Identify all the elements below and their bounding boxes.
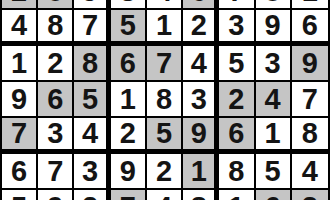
cell-r6c5[interactable]: 5 bbox=[147, 118, 183, 154]
cell-r7c3[interactable]: 3 bbox=[74, 154, 110, 190]
cell-r6c4[interactable]: 2 bbox=[111, 118, 147, 154]
cell-r3c6[interactable]: 2 bbox=[183, 10, 219, 46]
cell-r5c7[interactable]: 2 bbox=[219, 82, 255, 118]
cell-r7c2[interactable]: 7 bbox=[38, 154, 74, 190]
cell-r8c1[interactable]: 5 bbox=[2, 190, 38, 200]
cell-r6c1[interactable]: 7 bbox=[2, 118, 38, 154]
cell-r5c5[interactable]: 8 bbox=[147, 82, 183, 118]
cell-r6c3[interactable]: 4 bbox=[74, 118, 110, 154]
cell-r3c1[interactable]: 4 bbox=[2, 10, 38, 46]
cell-r4c8[interactable]: 3 bbox=[256, 46, 292, 82]
cell-r7c7[interactable]: 8 bbox=[219, 154, 255, 190]
cell-r4c9[interactable]: 9 bbox=[292, 46, 328, 82]
cell-r5c3[interactable]: 5 bbox=[74, 82, 110, 118]
cell-r7c6[interactable]: 1 bbox=[183, 154, 219, 190]
cell-r8c5[interactable]: 4 bbox=[147, 190, 183, 200]
cell-r5c9[interactable]: 7 bbox=[292, 82, 328, 118]
cell-r4c7[interactable]: 5 bbox=[219, 46, 255, 82]
cell-r6c7[interactable]: 6 bbox=[219, 118, 255, 154]
cell-r7c5[interactable]: 2 bbox=[147, 154, 183, 190]
cell-r6c8[interactable]: 1 bbox=[256, 118, 292, 154]
cell-r3c5[interactable]: 1 bbox=[147, 10, 183, 46]
cell-r7c1[interactable]: 6 bbox=[2, 154, 38, 190]
cell-r3c4[interactable]: 5 bbox=[111, 10, 147, 46]
cell-r3c8[interactable]: 9 bbox=[256, 10, 292, 46]
cell-r3c9[interactable]: 6 bbox=[292, 10, 328, 46]
cell-r3c7[interactable]: 3 bbox=[219, 10, 255, 46]
cell-r8c2[interactable]: 9 bbox=[38, 190, 74, 200]
cell-r3c3[interactable]: 7 bbox=[74, 10, 110, 46]
cell-r4c4[interactable]: 6 bbox=[111, 46, 147, 82]
cell-r8c7[interactable]: 1 bbox=[219, 190, 255, 200]
cell-r8c8[interactable]: 6 bbox=[256, 190, 292, 200]
cell-r6c2[interactable]: 3 bbox=[38, 118, 74, 154]
sudoku-grid: 2593467814875123961286745399651832477342… bbox=[0, 0, 330, 200]
cell-r6c6[interactable]: 9 bbox=[183, 118, 219, 154]
cell-r7c9[interactable]: 4 bbox=[292, 154, 328, 190]
cell-r4c5[interactable]: 7 bbox=[147, 46, 183, 82]
cell-r8c3[interactable]: 2 bbox=[74, 190, 110, 200]
cell-r5c2[interactable]: 6 bbox=[38, 82, 74, 118]
cell-r4c1[interactable]: 1 bbox=[2, 46, 38, 82]
cell-r7c8[interactable]: 5 bbox=[256, 154, 292, 190]
cell-r6c9[interactable]: 8 bbox=[292, 118, 328, 154]
cell-r4c2[interactable]: 2 bbox=[38, 46, 74, 82]
cell-r7c4[interactable]: 9 bbox=[111, 154, 147, 190]
cell-r8c6[interactable]: 8 bbox=[183, 190, 219, 200]
sudoku-board: 2593467814875123961286745399651832477342… bbox=[0, 0, 330, 200]
cell-r8c4[interactable]: 7 bbox=[111, 190, 147, 200]
cell-r4c3[interactable]: 8 bbox=[74, 46, 110, 82]
cell-r5c1[interactable]: 9 bbox=[2, 82, 38, 118]
cell-r4c6[interactable]: 4 bbox=[183, 46, 219, 82]
cell-r3c2[interactable]: 8 bbox=[38, 10, 74, 46]
cell-r5c4[interactable]: 1 bbox=[111, 82, 147, 118]
cell-r8c9[interactable]: 3 bbox=[292, 190, 328, 200]
cell-r5c8[interactable]: 4 bbox=[256, 82, 292, 118]
cell-r5c6[interactable]: 3 bbox=[183, 82, 219, 118]
